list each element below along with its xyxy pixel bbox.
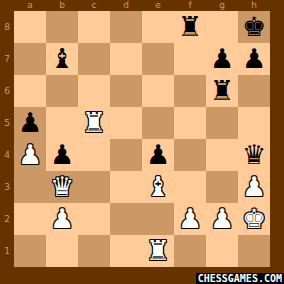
piece-white-rook: ♜: [146, 235, 170, 267]
file-label-e: e: [142, 0, 174, 11]
piece-black-pawn: ♟: [242, 43, 266, 75]
square-h7[interactable]: ♟: [238, 43, 270, 75]
square-g5[interactable]: [206, 107, 238, 139]
rank-label-1: 1: [0, 235, 14, 267]
file-labels: abcdefgh: [14, 0, 270, 11]
square-a1[interactable]: [14, 235, 46, 267]
piece-white-queen: ♛: [50, 171, 74, 203]
file-label-h: h: [238, 0, 270, 11]
square-c3[interactable]: [78, 171, 110, 203]
square-d6[interactable]: [110, 75, 142, 107]
rank-label-6: 6: [0, 75, 14, 107]
square-d5[interactable]: [110, 107, 142, 139]
piece-black-pawn: ♟: [50, 139, 74, 171]
square-b3[interactable]: ♛: [46, 171, 78, 203]
square-h8[interactable]: ♚: [238, 11, 270, 43]
square-f4[interactable]: [174, 139, 206, 171]
square-b4[interactable]: ♟: [46, 139, 78, 171]
piece-black-king: ♚: [242, 11, 266, 43]
file-label-f: f: [174, 0, 206, 11]
square-h1[interactable]: [238, 235, 270, 267]
piece-white-rook: ♜: [82, 107, 106, 139]
square-e1[interactable]: ♜: [142, 235, 174, 267]
piece-white-pawn: ♟: [18, 139, 42, 171]
square-f8[interactable]: ♜: [174, 11, 206, 43]
square-d2[interactable]: [110, 203, 142, 235]
square-c8[interactable]: [78, 11, 110, 43]
chess-board: ♜♚♝♟♟♜♟♜♟♟♟♛♛♝♟♟♟♟♚♜: [14, 11, 270, 267]
rank-label-4: 4: [0, 139, 14, 171]
square-c6[interactable]: [78, 75, 110, 107]
square-h3[interactable]: ♟: [238, 171, 270, 203]
piece-white-pawn: ♟: [50, 203, 74, 235]
file-label-b: b: [46, 0, 78, 11]
square-e2[interactable]: [142, 203, 174, 235]
square-d8[interactable]: [110, 11, 142, 43]
square-h4[interactable]: ♛: [238, 139, 270, 171]
square-a4[interactable]: ♟: [14, 139, 46, 171]
square-d3[interactable]: [110, 171, 142, 203]
square-g4[interactable]: [206, 139, 238, 171]
square-g1[interactable]: [206, 235, 238, 267]
square-a3[interactable]: [14, 171, 46, 203]
square-b6[interactable]: [46, 75, 78, 107]
square-h2[interactable]: ♚: [238, 203, 270, 235]
piece-black-rook: ♜: [178, 11, 202, 43]
square-f5[interactable]: [174, 107, 206, 139]
piece-black-bishop: ♝: [50, 43, 74, 75]
piece-white-pawn: ♟: [210, 203, 234, 235]
watermark: CHESSGAMES.COM: [196, 273, 284, 284]
file-label-c: c: [78, 0, 110, 11]
piece-black-pawn: ♟: [210, 43, 234, 75]
square-d7[interactable]: [110, 43, 142, 75]
rank-label-8: 8: [0, 11, 14, 43]
square-g2[interactable]: ♟: [206, 203, 238, 235]
piece-white-pawn: ♟: [178, 203, 202, 235]
rank-label-2: 2: [0, 203, 14, 235]
square-a2[interactable]: [14, 203, 46, 235]
rank-label-5: 5: [0, 107, 14, 139]
square-b8[interactable]: [46, 11, 78, 43]
square-c4[interactable]: [78, 139, 110, 171]
square-a8[interactable]: [14, 11, 46, 43]
piece-black-pawn: ♟: [146, 139, 170, 171]
square-d4[interactable]: [110, 139, 142, 171]
piece-black-pawn: ♟: [18, 107, 42, 139]
square-b1[interactable]: [46, 235, 78, 267]
piece-black-queen: ♛: [242, 139, 266, 171]
rank-labels: 87654321: [0, 11, 14, 267]
square-e7[interactable]: [142, 43, 174, 75]
square-b5[interactable]: [46, 107, 78, 139]
square-c1[interactable]: [78, 235, 110, 267]
piece-white-pawn: ♟: [242, 171, 266, 203]
file-label-a: a: [14, 0, 46, 11]
square-h5[interactable]: [238, 107, 270, 139]
square-b7[interactable]: ♝: [46, 43, 78, 75]
square-f6[interactable]: [174, 75, 206, 107]
square-f7[interactable]: [174, 43, 206, 75]
piece-black-rook: ♜: [210, 75, 234, 107]
square-e5[interactable]: [142, 107, 174, 139]
piece-white-bishop: ♝: [146, 171, 170, 203]
square-f1[interactable]: [174, 235, 206, 267]
square-g6[interactable]: ♜: [206, 75, 238, 107]
square-c5[interactable]: ♜: [78, 107, 110, 139]
square-c7[interactable]: [78, 43, 110, 75]
square-e8[interactable]: [142, 11, 174, 43]
square-g8[interactable]: [206, 11, 238, 43]
square-g3[interactable]: [206, 171, 238, 203]
square-b2[interactable]: ♟: [46, 203, 78, 235]
rank-label-7: 7: [0, 43, 14, 75]
square-a7[interactable]: [14, 43, 46, 75]
square-h6[interactable]: [238, 75, 270, 107]
square-e6[interactable]: [142, 75, 174, 107]
square-a6[interactable]: [14, 75, 46, 107]
chess-diagram: abcdefgh 87654321 ♜♚♝♟♟♜♟♜♟♟♟♛♛♝♟♟♟♟♚♜ C…: [0, 0, 284, 284]
file-label-g: g: [206, 0, 238, 11]
square-d1[interactable]: [110, 235, 142, 267]
square-f3[interactable]: [174, 171, 206, 203]
square-g7[interactable]: ♟: [206, 43, 238, 75]
piece-white-king: ♚: [242, 203, 266, 235]
square-c2[interactable]: [78, 203, 110, 235]
file-label-d: d: [110, 0, 142, 11]
square-f2[interactable]: ♟: [174, 203, 206, 235]
square-a5[interactable]: ♟: [14, 107, 46, 139]
square-e4[interactable]: ♟: [142, 139, 174, 171]
square-e3[interactable]: ♝: [142, 171, 174, 203]
rank-label-3: 3: [0, 171, 14, 203]
